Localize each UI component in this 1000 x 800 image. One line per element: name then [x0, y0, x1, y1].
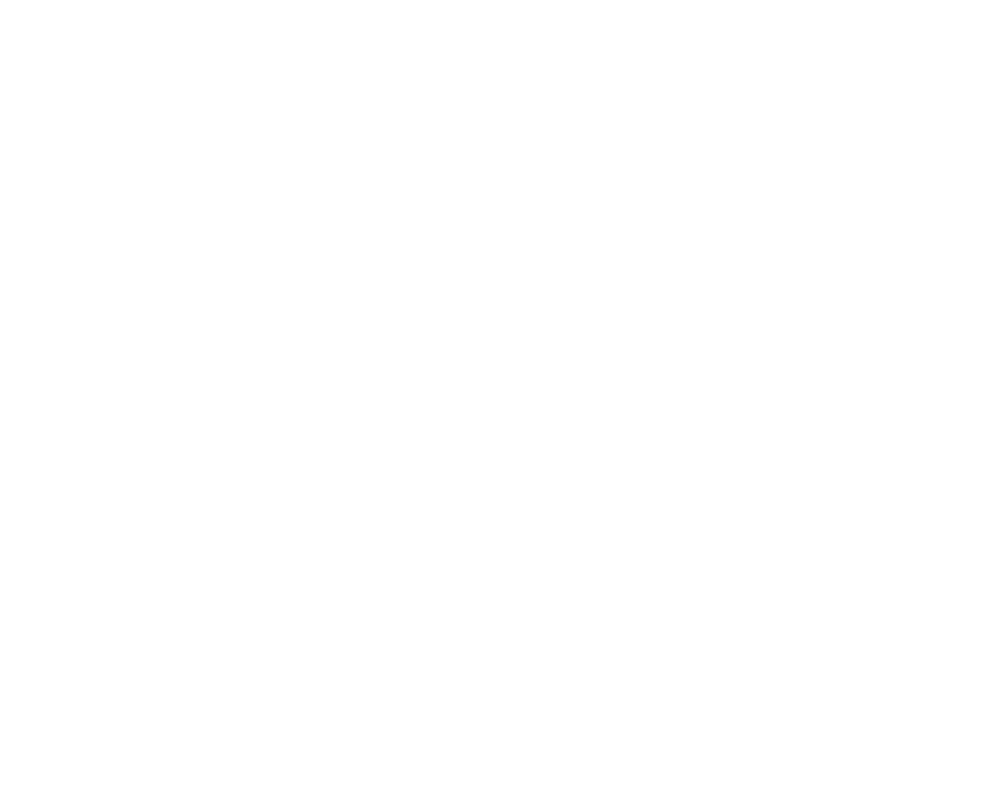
product-photo-chess-cabinet	[0, 0, 1000, 800]
chess-cabinet-scene	[0, 0, 1000, 800]
